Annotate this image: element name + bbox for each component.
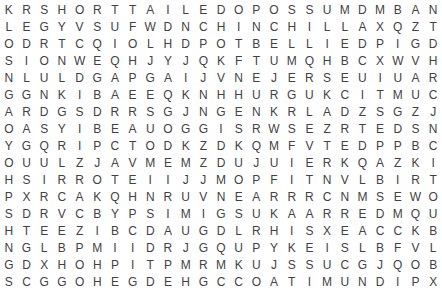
grid-cell[interactable]: S [88, 18, 106, 35]
grid-cell[interactable]: O [0, 155, 18, 172]
grid-cell[interactable]: U [35, 69, 53, 86]
grid-cell[interactable]: J [194, 69, 212, 86]
grid-cell[interactable]: U [336, 274, 354, 291]
grid-cell[interactable]: A [354, 18, 372, 35]
grid-cell[interactable]: O [0, 35, 18, 52]
grid-cell[interactable]: C [265, 18, 283, 35]
grid-cell[interactable]: O [159, 120, 177, 137]
grid-cell[interactable]: S [141, 206, 159, 223]
grid-cell[interactable]: I [124, 257, 142, 274]
grid-cell[interactable]: M [283, 52, 301, 69]
grid-cell[interactable]: I [389, 35, 407, 52]
grid-cell[interactable]: M [177, 206, 195, 223]
grid-cell[interactable]: K [230, 257, 248, 274]
grid-cell[interactable]: N [424, 1, 442, 18]
grid-cell[interactable]: S [230, 206, 248, 223]
grid-cell[interactable]: E [159, 274, 177, 291]
grid-cell[interactable]: S [371, 189, 389, 206]
grid-cell[interactable]: Y [265, 240, 283, 257]
grid-cell[interactable]: N [248, 103, 266, 120]
grid-cell[interactable]: T [18, 223, 36, 240]
grid-cell[interactable]: E [230, 189, 248, 206]
grid-cell[interactable]: L [0, 18, 18, 35]
grid-cell[interactable]: G [283, 86, 301, 103]
grid-cell[interactable]: X [35, 257, 53, 274]
grid-cell[interactable]: E [389, 189, 407, 206]
grid-cell[interactable]: R [106, 103, 124, 120]
grid-cell[interactable]: G [0, 86, 18, 103]
grid-cell[interactable]: J [371, 257, 389, 274]
grid-cell[interactable]: N [141, 189, 159, 206]
grid-cell[interactable]: R [424, 69, 442, 86]
grid-cell[interactable]: Z [318, 120, 336, 137]
grid-cell[interactable]: J [194, 172, 212, 189]
grid-cell[interactable]: A [159, 69, 177, 86]
grid-cell[interactable]: Z [407, 18, 425, 35]
grid-cell[interactable]: U [177, 189, 195, 206]
grid-cell[interactable]: A [265, 274, 283, 291]
grid-cell[interactable]: S [71, 103, 89, 120]
grid-cell[interactable]: W [407, 189, 425, 206]
grid-cell[interactable]: A [141, 1, 159, 18]
grid-cell[interactable]: B [424, 223, 442, 240]
grid-cell[interactable]: D [18, 35, 36, 52]
grid-cell[interactable]: N [354, 274, 372, 291]
grid-cell[interactable]: O [212, 35, 230, 52]
grid-cell[interactable]: M [318, 274, 336, 291]
grid-cell[interactable]: S [18, 172, 36, 189]
grid-cell[interactable]: G [177, 120, 195, 137]
grid-cell[interactable]: R [35, 189, 53, 206]
grid-cell[interactable]: P [248, 1, 266, 18]
grid-cell[interactable]: E [336, 137, 354, 154]
grid-cell[interactable]: G [18, 137, 36, 154]
grid-cell[interactable]: C [424, 137, 442, 154]
grid-cell[interactable]: C [336, 257, 354, 274]
grid-cell[interactable]: O [71, 1, 89, 18]
grid-cell[interactable]: L [53, 155, 71, 172]
grid-cell[interactable]: N [35, 86, 53, 103]
grid-cell[interactable]: O [71, 257, 89, 274]
grid-cell[interactable]: C [336, 86, 354, 103]
grid-cell[interactable]: O [0, 120, 18, 137]
grid-cell[interactable]: Q [88, 35, 106, 52]
grid-cell[interactable]: G [35, 18, 53, 35]
grid-cell[interactable]: Q [106, 189, 124, 206]
grid-cell[interactable]: T [301, 172, 319, 189]
grid-cell[interactable]: U [18, 155, 36, 172]
grid-cell[interactable]: O [407, 257, 425, 274]
grid-cell[interactable]: S [336, 240, 354, 257]
grid-cell[interactable]: M [389, 86, 407, 103]
grid-cell[interactable]: P [0, 189, 18, 206]
grid-cell[interactable]: D [212, 223, 230, 240]
grid-cell[interactable]: U [265, 52, 283, 69]
grid-cell[interactable]: F [389, 240, 407, 257]
grid-cell[interactable]: U [230, 155, 248, 172]
grid-cell[interactable]: H [124, 52, 142, 69]
grid-cell[interactable]: E [106, 274, 124, 291]
grid-cell[interactable]: T [248, 52, 266, 69]
grid-cell[interactable]: X [18, 189, 36, 206]
grid-cell[interactable]: A [159, 223, 177, 240]
grid-cell[interactable]: S [301, 1, 319, 18]
grid-cell[interactable]: M [336, 1, 354, 18]
grid-cell[interactable]: A [407, 69, 425, 86]
grid-cell[interactable]: P [371, 137, 389, 154]
grid-cell[interactable]: V [407, 52, 425, 69]
grid-cell[interactable]: L [301, 35, 319, 52]
grid-cell[interactable]: G [212, 103, 230, 120]
grid-cell[interactable]: D [354, 1, 372, 18]
grid-cell[interactable]: I [71, 120, 89, 137]
grid-cell[interactable]: R [301, 189, 319, 206]
grid-cell[interactable]: U [407, 86, 425, 103]
grid-cell[interactable]: I [35, 172, 53, 189]
grid-cell[interactable]: U [318, 257, 336, 274]
grid-cell[interactable]: P [248, 172, 266, 189]
grid-cell[interactable]: L [53, 69, 71, 86]
grid-cell[interactable]: A [301, 206, 319, 223]
grid-cell[interactable]: P [194, 35, 212, 52]
grid-cell[interactable]: Q [248, 137, 266, 154]
grid-cell[interactable]: D [71, 69, 89, 86]
grid-cell[interactable]: C [18, 274, 36, 291]
grid-cell[interactable]: D [354, 35, 372, 52]
grid-cell[interactable]: J [177, 240, 195, 257]
grid-cell[interactable]: B [424, 257, 442, 274]
grid-cell[interactable]: G [18, 86, 36, 103]
grid-cell[interactable]: J [177, 172, 195, 189]
grid-cell[interactable]: J [88, 155, 106, 172]
grid-cell[interactable]: T [124, 1, 142, 18]
grid-cell[interactable]: J [248, 155, 266, 172]
grid-cell[interactable]: Q [389, 257, 407, 274]
grid-cell[interactable]: V [407, 240, 425, 257]
grid-cell[interactable]: P [389, 137, 407, 154]
grid-cell[interactable]: D [371, 274, 389, 291]
grid-cell[interactable]: Z [71, 223, 89, 240]
grid-cell[interactable]: I [301, 274, 319, 291]
grid-cell[interactable]: N [318, 172, 336, 189]
grid-cell[interactable]: G [0, 257, 18, 274]
grid-cell[interactable]: Z [389, 155, 407, 172]
grid-cell[interactable]: Y [106, 206, 124, 223]
grid-cell[interactable]: T [141, 257, 159, 274]
grid-cell[interactable]: C [354, 52, 372, 69]
grid-cell[interactable]: S [318, 69, 336, 86]
grid-cell[interactable]: X [318, 223, 336, 240]
grid-cell[interactable]: R [159, 240, 177, 257]
grid-cell[interactable]: M [354, 189, 372, 206]
grid-cell[interactable]: G [35, 274, 53, 291]
grid-cell[interactable]: T [424, 172, 442, 189]
grid-cell[interactable]: R [283, 103, 301, 120]
grid-cell[interactable]: S [35, 120, 53, 137]
grid-cell[interactable]: S [301, 223, 319, 240]
grid-cell[interactable]: N [424, 120, 442, 137]
grid-cell[interactable]: J [177, 103, 195, 120]
grid-cell[interactable]: H [88, 274, 106, 291]
grid-cell[interactable]: O [141, 137, 159, 154]
grid-cell[interactable]: P [106, 257, 124, 274]
grid-cell[interactable]: C [371, 223, 389, 240]
grid-cell[interactable]: U [354, 69, 372, 86]
grid-cell[interactable]: E [141, 86, 159, 103]
grid-cell[interactable]: E [336, 35, 354, 52]
grid-cell[interactable]: E [88, 52, 106, 69]
grid-cell[interactable]: I [283, 223, 301, 240]
grid-cell[interactable]: R [124, 103, 142, 120]
grid-cell[interactable]: L [354, 240, 372, 257]
grid-cell[interactable]: C [194, 18, 212, 35]
grid-cell[interactable]: L [336, 18, 354, 35]
grid-cell[interactable]: I [212, 120, 230, 137]
grid-cell[interactable]: N [248, 18, 266, 35]
grid-cell[interactable]: S [141, 103, 159, 120]
grid-cell[interactable]: E [230, 103, 248, 120]
grid-cell[interactable]: V [124, 155, 142, 172]
grid-cell[interactable]: M [212, 257, 230, 274]
grid-cell[interactable]: I [424, 155, 442, 172]
grid-cell[interactable]: Q [159, 86, 177, 103]
grid-cell[interactable]: L [283, 35, 301, 52]
grid-cell[interactable]: R [88, 1, 106, 18]
grid-cell[interactable]: R [407, 172, 425, 189]
grid-cell[interactable]: U [177, 223, 195, 240]
grid-cell[interactable]: S [283, 257, 301, 274]
grid-cell[interactable]: B [106, 223, 124, 240]
grid-cell[interactable]: Z [194, 137, 212, 154]
grid-cell[interactable]: O [230, 1, 248, 18]
grid-cell[interactable]: P [124, 206, 142, 223]
grid-cell[interactable]: Q [194, 52, 212, 69]
grid-cell[interactable]: I [389, 172, 407, 189]
grid-cell[interactable]: U [35, 155, 53, 172]
grid-cell[interactable]: B [248, 35, 266, 52]
grid-cell[interactable]: R [336, 206, 354, 223]
grid-cell[interactable]: G [194, 240, 212, 257]
grid-cell[interactable]: D [371, 206, 389, 223]
grid-cell[interactable]: N [0, 240, 18, 257]
grid-cell[interactable]: G [194, 223, 212, 240]
grid-cell[interactable]: U [248, 206, 266, 223]
grid-cell[interactable]: D [141, 274, 159, 291]
grid-cell[interactable]: A [71, 189, 89, 206]
grid-cell[interactable]: A [106, 86, 124, 103]
grid-cell[interactable]: P [71, 240, 89, 257]
grid-cell[interactable]: E [35, 223, 53, 240]
grid-cell[interactable]: R [318, 206, 336, 223]
grid-cell[interactable]: T [106, 1, 124, 18]
grid-cell[interactable]: A [371, 155, 389, 172]
grid-cell[interactable]: Z [354, 103, 372, 120]
grid-cell[interactable]: R [248, 120, 266, 137]
grid-cell[interactable]: H [88, 257, 106, 274]
grid-cell[interactable]: F [283, 137, 301, 154]
grid-cell[interactable]: D [177, 35, 195, 52]
grid-cell[interactable]: I [71, 137, 89, 154]
grid-cell[interactable]: A [354, 223, 372, 240]
grid-cell[interactable]: I [18, 52, 36, 69]
grid-cell[interactable]: R [159, 189, 177, 206]
grid-cell[interactable]: C [53, 189, 71, 206]
grid-cell[interactable]: E [18, 18, 36, 35]
grid-cell[interactable]: K [177, 86, 195, 103]
grid-cell[interactable]: N [177, 18, 195, 35]
grid-cell[interactable]: T [230, 35, 248, 52]
grid-cell[interactable]: O [248, 274, 266, 291]
grid-cell[interactable]: V [53, 206, 71, 223]
grid-cell[interactable]: E [336, 223, 354, 240]
grid-cell[interactable]: G [141, 69, 159, 86]
grid-cell[interactable]: I [159, 172, 177, 189]
grid-cell[interactable]: D [88, 103, 106, 120]
grid-cell[interactable]: B [336, 52, 354, 69]
grid-cell[interactable]: E [283, 69, 301, 86]
grid-cell[interactable]: I [88, 223, 106, 240]
grid-cell[interactable]: G [194, 274, 212, 291]
grid-cell[interactable]: X [371, 18, 389, 35]
grid-cell[interactable]: R [283, 189, 301, 206]
grid-cell[interactable]: R [194, 257, 212, 274]
grid-cell[interactable]: D [212, 137, 230, 154]
grid-cell[interactable]: G [159, 103, 177, 120]
grid-cell[interactable]: H [159, 35, 177, 52]
grid-cell[interactable]: G [212, 206, 230, 223]
grid-cell[interactable]: C [318, 189, 336, 206]
grid-cell[interactable]: K [283, 240, 301, 257]
grid-cell[interactable]: D [354, 137, 372, 154]
grid-cell[interactable]: D [159, 18, 177, 35]
grid-cell[interactable]: R [265, 86, 283, 103]
grid-cell[interactable]: S [0, 52, 18, 69]
grid-cell[interactable]: Q [407, 206, 425, 223]
grid-cell[interactable]: B [53, 240, 71, 257]
grid-cell[interactable]: E [124, 86, 142, 103]
grid-cell[interactable]: R [248, 223, 266, 240]
grid-cell[interactable]: D [389, 120, 407, 137]
grid-cell[interactable]: V [194, 189, 212, 206]
grid-cell[interactable]: H [283, 18, 301, 35]
grid-cell[interactable]: H [0, 223, 18, 240]
grid-cell[interactable]: Q [35, 137, 53, 154]
grid-cell[interactable]: I [141, 172, 159, 189]
grid-cell[interactable]: O [424, 189, 442, 206]
grid-cell[interactable]: A [318, 103, 336, 120]
grid-cell[interactable]: W [389, 52, 407, 69]
grid-cell[interactable]: R [336, 120, 354, 137]
grid-cell[interactable]: R [53, 137, 71, 154]
grid-cell[interactable]: L [301, 103, 319, 120]
grid-cell[interactable]: O [124, 35, 142, 52]
grid-cell[interactable]: I [194, 206, 212, 223]
grid-cell[interactable]: P [124, 69, 142, 86]
grid-cell[interactable]: F [265, 172, 283, 189]
grid-cell[interactable]: S [301, 257, 319, 274]
grid-cell[interactable]: B [407, 137, 425, 154]
grid-cell[interactable]: D [18, 257, 36, 274]
grid-cell[interactable]: U [424, 206, 442, 223]
grid-cell[interactable]: I [389, 274, 407, 291]
grid-cell[interactable]: U [106, 18, 124, 35]
grid-cell[interactable]: Q [106, 52, 124, 69]
grid-cell[interactable]: D [212, 155, 230, 172]
grid-cell[interactable]: V [301, 137, 319, 154]
grid-cell[interactable]: T [354, 120, 372, 137]
grid-cell[interactable]: U [318, 1, 336, 18]
grid-cell[interactable]: K [212, 52, 230, 69]
grid-cell[interactable]: N [230, 69, 248, 86]
grid-cell[interactable]: Z [407, 103, 425, 120]
grid-cell[interactable]: E [301, 120, 319, 137]
grid-cell[interactable]: G [389, 103, 407, 120]
grid-cell[interactable]: I [301, 18, 319, 35]
grid-cell[interactable]: K [336, 155, 354, 172]
grid-cell[interactable]: S [0, 206, 18, 223]
grid-cell[interactable]: L [18, 69, 36, 86]
grid-cell[interactable]: D [141, 223, 159, 240]
grid-cell[interactable]: S [371, 103, 389, 120]
grid-cell[interactable]: P [371, 35, 389, 52]
grid-cell[interactable]: T [371, 86, 389, 103]
grid-cell[interactable]: K [177, 137, 195, 154]
grid-cell[interactable]: G [194, 120, 212, 137]
grid-cell[interactable]: H [53, 257, 71, 274]
grid-cell[interactable]: M [265, 137, 283, 154]
grid-cell[interactable]: S [230, 120, 248, 137]
grid-cell[interactable]: B [88, 86, 106, 103]
grid-cell[interactable]: B [371, 172, 389, 189]
grid-cell[interactable]: I [354, 86, 372, 103]
grid-cell[interactable]: F [230, 52, 248, 69]
grid-cell[interactable]: H [212, 86, 230, 103]
grid-cell[interactable]: W [71, 52, 89, 69]
grid-cell[interactable]: I [283, 172, 301, 189]
grid-cell[interactable]: R [35, 206, 53, 223]
grid-cell[interactable]: U [265, 155, 283, 172]
grid-cell[interactable]: U [301, 86, 319, 103]
grid-cell[interactable]: L [318, 18, 336, 35]
grid-cell[interactable]: J [177, 52, 195, 69]
grid-cell[interactable]: E [248, 69, 266, 86]
grid-cell[interactable]: C [71, 206, 89, 223]
grid-cell[interactable]: S [283, 1, 301, 18]
grid-cell[interactable]: R [35, 35, 53, 52]
grid-cell[interactable]: K [265, 103, 283, 120]
grid-cell[interactable]: R [71, 172, 89, 189]
grid-cell[interactable]: D [212, 1, 230, 18]
grid-cell[interactable]: M [389, 206, 407, 223]
grid-cell[interactable]: V [212, 69, 230, 86]
grid-cell[interactable]: L [230, 223, 248, 240]
grid-cell[interactable]: A [106, 155, 124, 172]
grid-cell[interactable]: I [283, 155, 301, 172]
grid-cell[interactable]: V [336, 172, 354, 189]
grid-cell[interactable]: A [18, 120, 36, 137]
grid-cell[interactable]: R [265, 189, 283, 206]
grid-cell[interactable]: P [407, 274, 425, 291]
grid-cell[interactable]: R [18, 1, 36, 18]
grid-cell[interactable]: G [18, 240, 36, 257]
grid-cell[interactable]: K [53, 86, 71, 103]
grid-cell[interactable]: H [212, 18, 230, 35]
grid-cell[interactable]: U [230, 240, 248, 257]
grid-cell[interactable]: T [53, 35, 71, 52]
grid-cell[interactable]: E [53, 223, 71, 240]
grid-cell[interactable]: H [124, 189, 142, 206]
grid-cell[interactable]: I [106, 240, 124, 257]
